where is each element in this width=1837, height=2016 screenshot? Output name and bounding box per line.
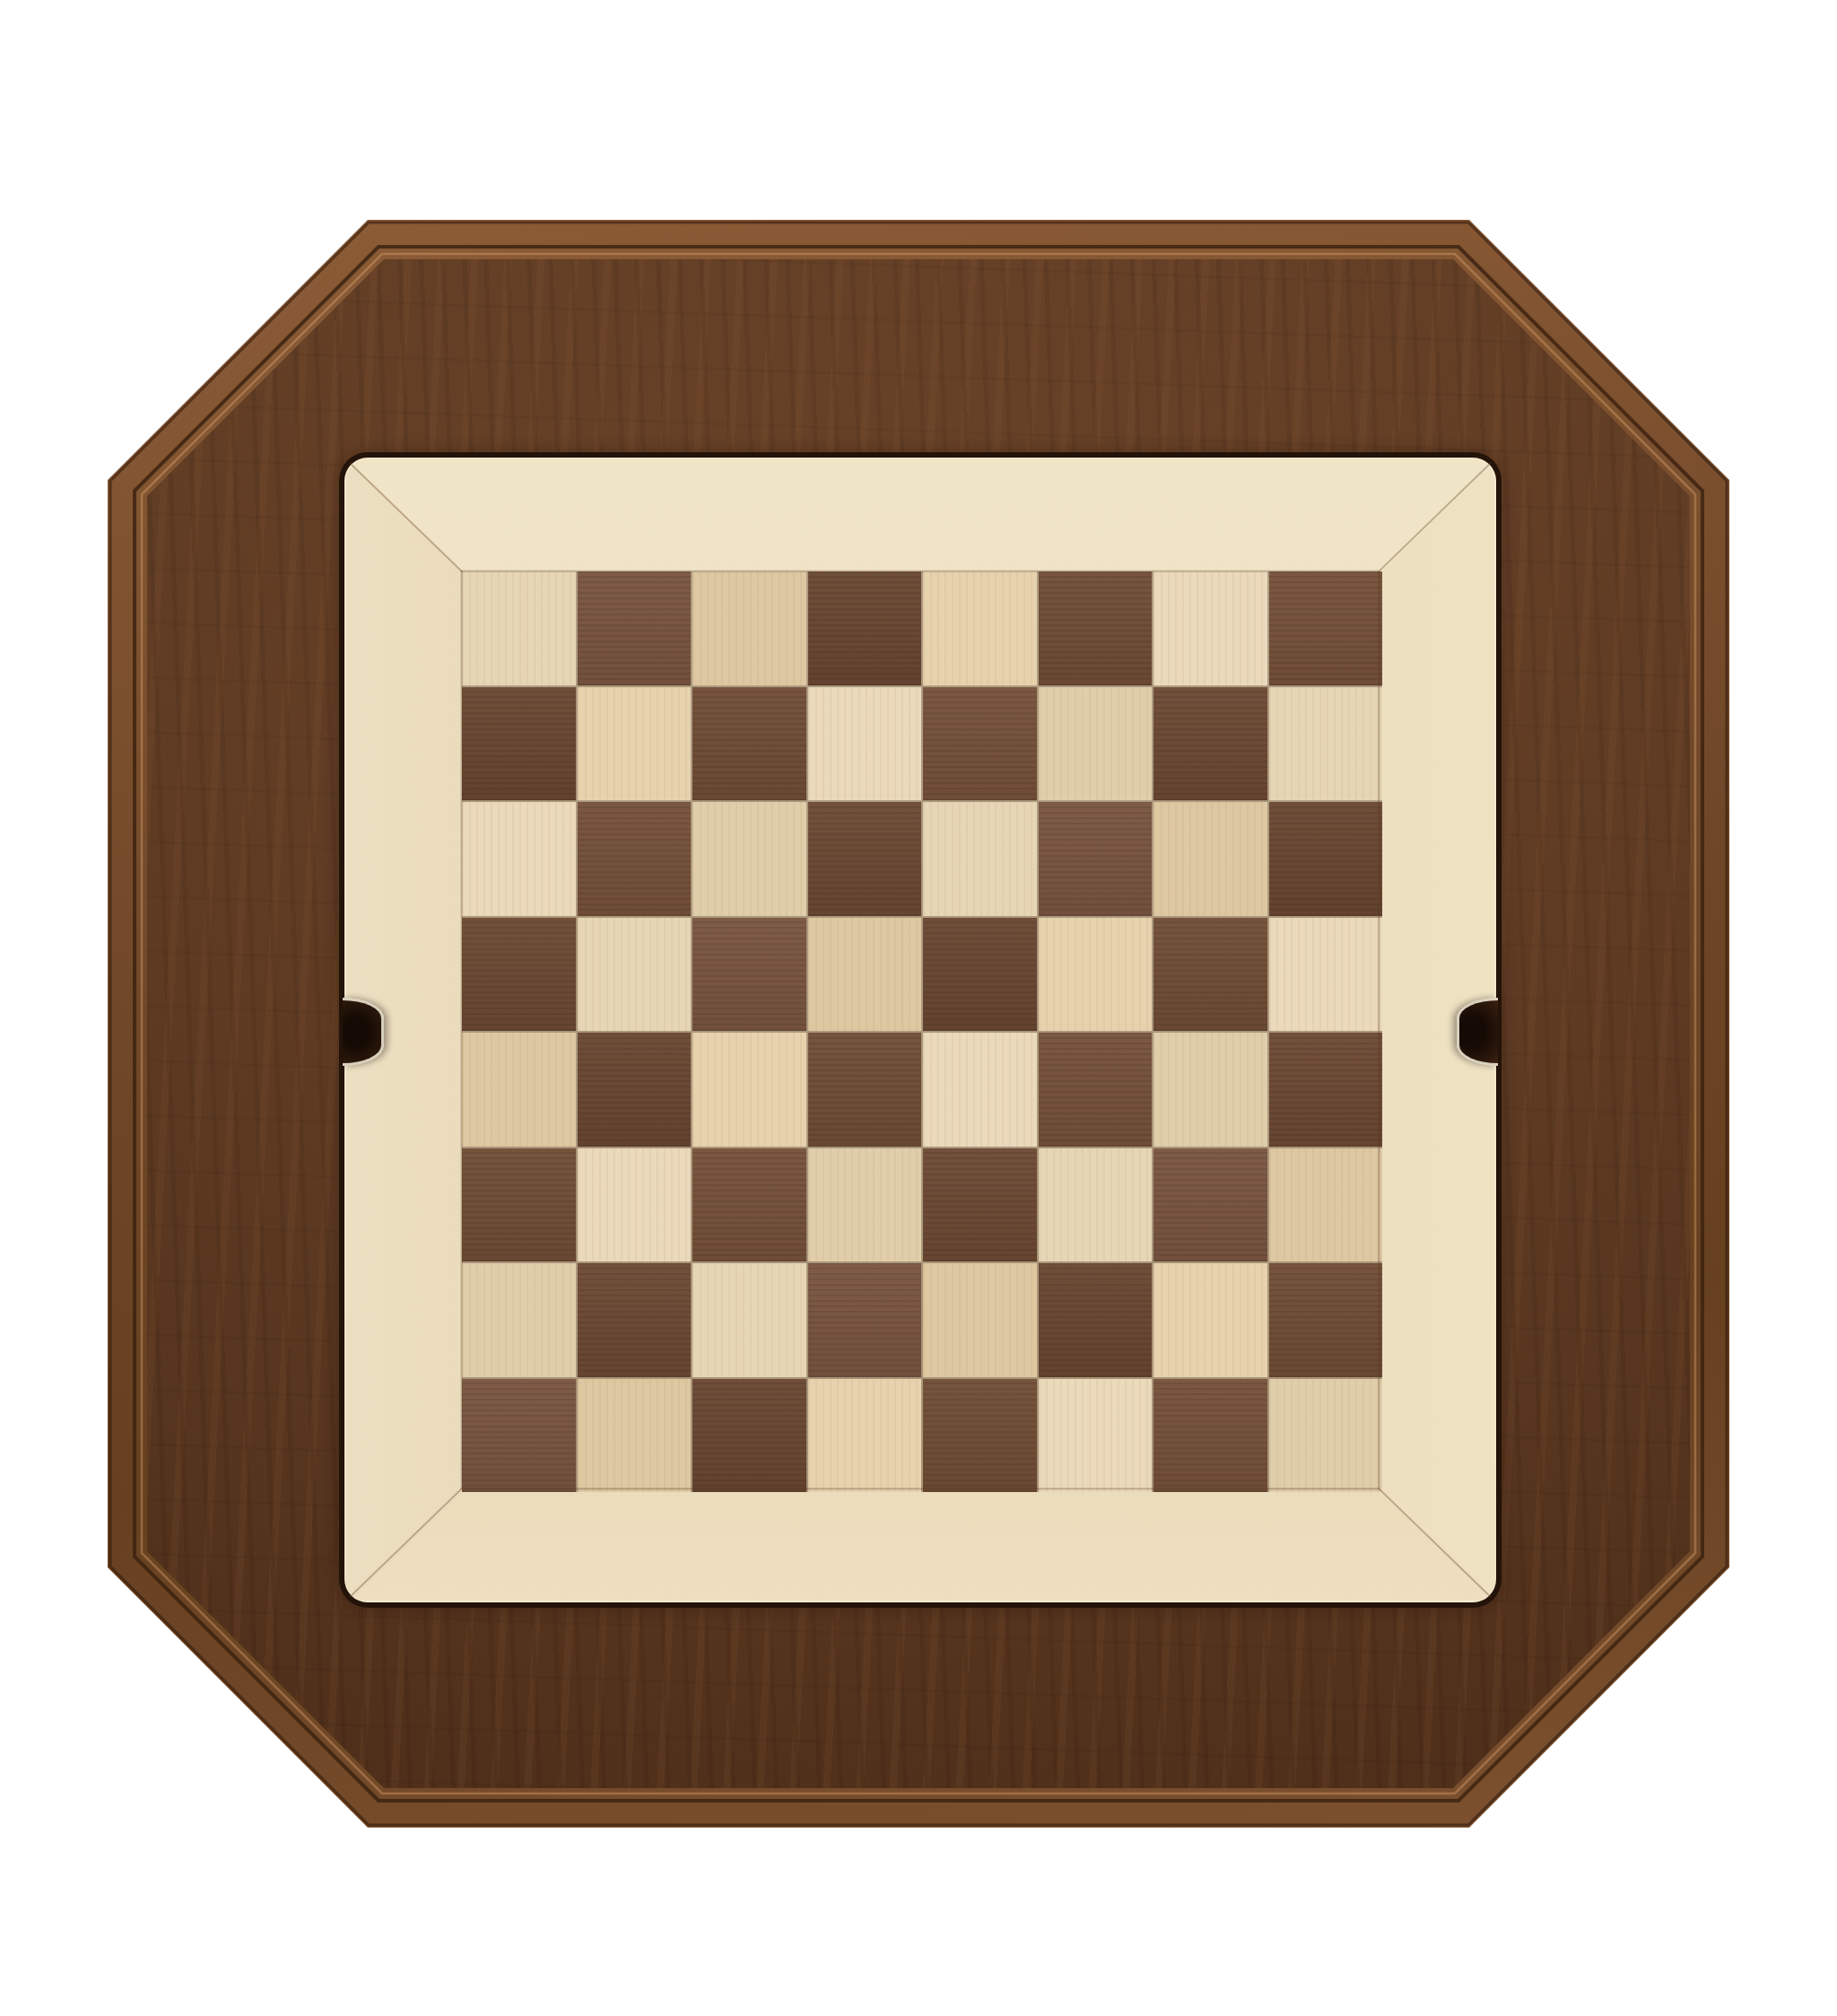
left-finger-notch[interactable] [343,998,384,1066]
game-board-insert[interactable] [344,458,1496,1602]
game-table-top [108,220,1729,1828]
product-photo-stage [0,0,1837,2016]
right-finger-notch[interactable] [1457,998,1498,1066]
frame-miter-seams [346,459,1494,1601]
